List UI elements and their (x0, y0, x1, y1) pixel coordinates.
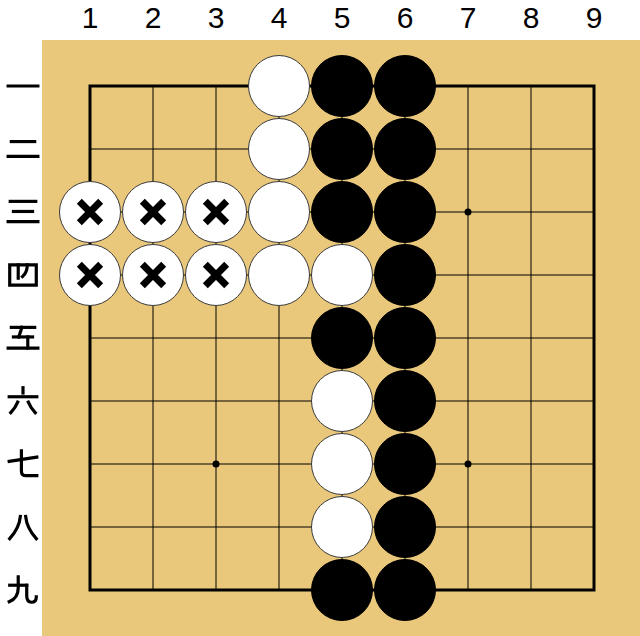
intersection-5-4 (311, 244, 374, 307)
intersection-9-2 (563, 118, 626, 181)
row-label-4 (6, 258, 40, 292)
black-stone (374, 307, 436, 369)
intersection-8-2 (500, 118, 563, 181)
intersection-4-2 (248, 118, 311, 181)
intersection-7-1 (437, 55, 500, 118)
white-stone (311, 370, 373, 432)
intersection-3-8 (185, 496, 248, 559)
intersection-4-7 (248, 433, 311, 496)
white-stone-marked (122, 244, 184, 306)
row-label-2 (6, 132, 40, 166)
intersection-4-5 (248, 307, 311, 370)
intersection-6-6 (374, 370, 437, 433)
intersection-2-3 (122, 181, 185, 244)
intersection-9-7 (563, 433, 626, 496)
intersection-2-2 (122, 118, 185, 181)
col-label-1: 1 (82, 0, 99, 36)
intersection-3-2 (185, 118, 248, 181)
intersection-9-9 (563, 559, 626, 622)
row-label-9 (6, 573, 40, 607)
intersection-1-1 (59, 55, 122, 118)
row-label-8 (6, 510, 40, 544)
intersection-7-3 (437, 181, 500, 244)
intersection-5-5 (311, 307, 374, 370)
intersection-8-1 (500, 55, 563, 118)
white-stone-marked (122, 181, 184, 243)
intersection-2-5 (122, 307, 185, 370)
row-label-6 (6, 384, 40, 418)
row-label-7 (6, 447, 40, 481)
cross-mark-icon (72, 194, 108, 230)
black-stone (311, 118, 373, 180)
intersection-6-3 (374, 181, 437, 244)
col-label-5: 5 (334, 0, 351, 36)
intersection-1-9 (59, 559, 122, 622)
intersection-1-3 (59, 181, 122, 244)
intersection-8-7 (500, 433, 563, 496)
intersection-6-4 (374, 244, 437, 307)
black-stone (311, 55, 373, 117)
white-stone-marked (59, 181, 121, 243)
intersection-9-8 (563, 496, 626, 559)
intersection-1-6 (59, 370, 122, 433)
intersection-3-5 (185, 307, 248, 370)
intersection-7-8 (437, 496, 500, 559)
column-labels: 123456789 (0, 0, 640, 40)
intersection-2-4 (122, 244, 185, 307)
black-stone (374, 433, 436, 495)
black-stone (374, 244, 436, 306)
intersection-8-8 (500, 496, 563, 559)
intersection-7-6 (437, 370, 500, 433)
cross-mark-icon (198, 257, 234, 293)
white-stone (248, 55, 310, 117)
black-stone (311, 181, 373, 243)
intersection-2-6 (122, 370, 185, 433)
intersection-9-6 (563, 370, 626, 433)
intersection-8-5 (500, 307, 563, 370)
white-stone (248, 181, 310, 243)
white-stone (311, 244, 373, 306)
col-label-8: 8 (523, 0, 540, 36)
intersection-6-7 (374, 433, 437, 496)
intersection-1-5 (59, 307, 122, 370)
intersection-4-1 (248, 55, 311, 118)
intersection-4-6 (248, 370, 311, 433)
white-stone-marked (185, 181, 247, 243)
intersection-6-8 (374, 496, 437, 559)
intersection-4-4 (248, 244, 311, 307)
intersection-2-7 (122, 433, 185, 496)
black-stone (374, 55, 436, 117)
intersection-6-1 (374, 55, 437, 118)
white-stone (248, 244, 310, 306)
cross-mark-icon (135, 257, 171, 293)
intersection-5-6 (311, 370, 374, 433)
intersection-3-4 (185, 244, 248, 307)
intersection-9-1 (563, 55, 626, 118)
intersection-3-1 (185, 55, 248, 118)
intersection-5-7 (311, 433, 374, 496)
intersection-3-3 (185, 181, 248, 244)
intersection-6-5 (374, 307, 437, 370)
white-stone-marked (59, 244, 121, 306)
intersection-1-2 (59, 118, 122, 181)
intersection-7-4 (437, 244, 500, 307)
black-stone (374, 559, 436, 621)
intersection-1-7 (59, 433, 122, 496)
intersection-8-9 (500, 559, 563, 622)
intersection-2-8 (122, 496, 185, 559)
intersection-9-3 (563, 181, 626, 244)
black-stone (374, 370, 436, 432)
intersection-4-9 (248, 559, 311, 622)
row-label-3 (6, 195, 40, 229)
col-label-7: 7 (460, 0, 477, 36)
col-label-3: 3 (208, 0, 225, 36)
intersection-2-9 (122, 559, 185, 622)
intersection-6-9 (374, 559, 437, 622)
black-stone (311, 559, 373, 621)
intersection-4-3 (248, 181, 311, 244)
intersection-1-4 (59, 244, 122, 307)
white-stone (311, 433, 373, 495)
intersection-7-2 (437, 118, 500, 181)
intersection-8-4 (500, 244, 563, 307)
cross-mark-icon (135, 194, 171, 230)
intersection-8-6 (500, 370, 563, 433)
black-stone (311, 307, 373, 369)
col-label-9: 9 (586, 0, 603, 36)
cross-mark-icon (72, 257, 108, 293)
go-board (42, 40, 640, 636)
intersection-4-8 (248, 496, 311, 559)
intersection-7-7 (437, 433, 500, 496)
col-label-4: 4 (271, 0, 288, 36)
intersection-2-1 (122, 55, 185, 118)
black-stone (374, 496, 436, 558)
black-stone (374, 181, 436, 243)
intersection-5-3 (311, 181, 374, 244)
intersection-3-9 (185, 559, 248, 622)
intersection-1-8 (59, 496, 122, 559)
intersection-7-9 (437, 559, 500, 622)
intersection-3-6 (185, 370, 248, 433)
intersection-8-3 (500, 181, 563, 244)
intersection-5-1 (311, 55, 374, 118)
intersection-5-2 (311, 118, 374, 181)
white-stone (311, 496, 373, 558)
intersection-3-7 (185, 433, 248, 496)
cross-mark-icon (198, 194, 234, 230)
row-label-5 (6, 321, 40, 355)
row-labels (0, 0, 42, 636)
intersection-5-8 (311, 496, 374, 559)
black-stone (374, 118, 436, 180)
intersection-7-5 (437, 307, 500, 370)
intersection-9-4 (563, 244, 626, 307)
white-stone (248, 118, 310, 180)
board-intersections (59, 55, 626, 622)
intersection-6-2 (374, 118, 437, 181)
white-stone-marked (185, 244, 247, 306)
intersection-9-5 (563, 307, 626, 370)
intersection-5-9 (311, 559, 374, 622)
col-label-2: 2 (145, 0, 162, 36)
row-label-1 (6, 69, 40, 103)
col-label-6: 6 (397, 0, 414, 36)
